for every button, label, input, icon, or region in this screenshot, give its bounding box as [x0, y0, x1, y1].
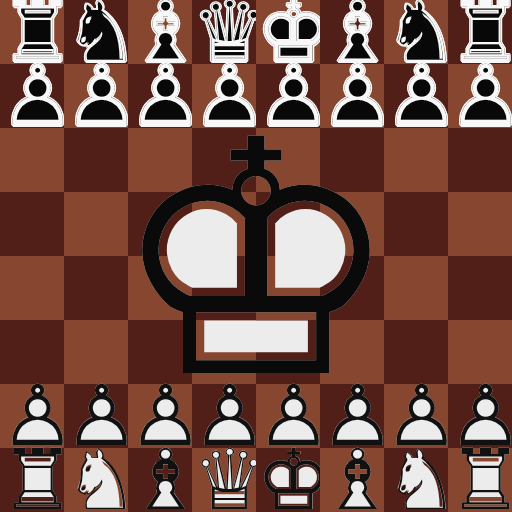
- piece-outline: ♙: [384, 64, 448, 128]
- square-b2[interactable]: ♟♙: [64, 384, 128, 448]
- square-b5[interactable]: [64, 192, 128, 256]
- piece-outline: ♙: [128, 64, 192, 128]
- piece-outline: ♙: [64, 384, 128, 448]
- square-f3[interactable]: [320, 320, 384, 384]
- piece-outline: ♖: [0, 448, 64, 512]
- piece-outline: ♘: [384, 0, 448, 64]
- piece-fill: ♟: [320, 64, 384, 128]
- piece-fill: ♟: [192, 64, 256, 128]
- piece-fill: ♟: [384, 64, 448, 128]
- square-e2[interactable]: ♟♙: [256, 384, 320, 448]
- square-g2[interactable]: ♟♙: [384, 384, 448, 448]
- piece-fill: ♚: [256, 448, 320, 512]
- square-f7[interactable]: ♟♙: [320, 64, 384, 128]
- black-rook[interactable]: ♜♖: [0, 0, 64, 64]
- square-d4[interactable]: [192, 256, 256, 320]
- square-h4[interactable]: [448, 256, 512, 320]
- white-bishop[interactable]: ♝♗: [320, 448, 384, 512]
- square-c7[interactable]: ♟♙: [128, 64, 192, 128]
- square-d3[interactable]: [192, 320, 256, 384]
- white-pawn[interactable]: ♟♙: [192, 384, 256, 448]
- white-pawn[interactable]: ♟♙: [320, 384, 384, 448]
- piece-outline: ♙: [384, 384, 448, 448]
- square-a8[interactable]: ♜♖: [0, 0, 64, 64]
- piece-outline: ♕: [192, 0, 256, 64]
- square-c8[interactable]: ♝♗: [128, 0, 192, 64]
- white-pawn[interactable]: ♟♙: [64, 384, 128, 448]
- square-d2[interactable]: ♟♙: [192, 384, 256, 448]
- black-knight[interactable]: ♞♘: [384, 0, 448, 64]
- piece-outline: ♙: [320, 384, 384, 448]
- piece-outline: ♙: [192, 64, 256, 128]
- piece-fill: ♞: [384, 448, 448, 512]
- white-pawn[interactable]: ♟♙: [448, 384, 512, 448]
- square-g8[interactable]: ♞♘: [384, 0, 448, 64]
- square-d8[interactable]: ♛♕: [192, 0, 256, 64]
- chess-board: ♜♖♞♘♝♗♛♕♚♔♝♗♞♘♜♖♟♙♟♙♟♙♟♙♟♙♟♙♟♙♟♙♟♙♟♙♟♙♟♙…: [0, 0, 512, 512]
- square-b8[interactable]: ♞♘: [64, 0, 128, 64]
- square-c2[interactable]: ♟♙: [128, 384, 192, 448]
- square-e1[interactable]: ♚♔: [256, 448, 320, 512]
- piece-fill: ♟: [0, 384, 64, 448]
- piece-fill: ♟: [320, 384, 384, 448]
- piece-outline: ♔: [256, 0, 320, 64]
- piece-outline: ♖: [448, 0, 512, 64]
- piece-fill: ♟: [448, 64, 512, 128]
- piece-fill: ♜: [448, 448, 512, 512]
- piece-outline: ♙: [256, 384, 320, 448]
- square-f8[interactable]: ♝♗: [320, 0, 384, 64]
- piece-outline: ♘: [384, 448, 448, 512]
- piece-fill: ♟: [64, 384, 128, 448]
- piece-outline: ♙: [128, 384, 192, 448]
- piece-fill: ♟: [128, 64, 192, 128]
- square-a5[interactable]: [0, 192, 64, 256]
- piece-fill: ♞: [64, 448, 128, 512]
- piece-fill: ♟: [256, 384, 320, 448]
- square-f5[interactable]: [320, 192, 384, 256]
- piece-outline: ♕: [192, 448, 256, 512]
- black-pawn[interactable]: ♟♙: [192, 64, 256, 128]
- square-f2[interactable]: ♟♙: [320, 384, 384, 448]
- piece-outline: ♙: [448, 64, 512, 128]
- square-g6[interactable]: [384, 128, 448, 192]
- piece-fill: ♟: [0, 64, 64, 128]
- white-bishop[interactable]: ♝♗: [128, 448, 192, 512]
- piece-outline: ♘: [64, 448, 128, 512]
- square-b7[interactable]: ♟♙: [64, 64, 128, 128]
- piece-outline: ♙: [0, 384, 64, 448]
- square-a6[interactable]: [0, 128, 64, 192]
- square-e5[interactable]: [256, 192, 320, 256]
- white-rook[interactable]: ♜♖: [0, 448, 64, 512]
- piece-outline: ♙: [64, 64, 128, 128]
- black-pawn[interactable]: ♟♙: [0, 64, 64, 128]
- piece-fill: ♜: [448, 0, 512, 64]
- piece-outline: ♗: [320, 0, 384, 64]
- white-pawn[interactable]: ♟♙: [0, 384, 64, 448]
- square-h2[interactable]: ♟♙: [448, 384, 512, 448]
- white-pawn[interactable]: ♟♙: [384, 384, 448, 448]
- square-c4[interactable]: [128, 256, 192, 320]
- square-d1[interactable]: ♛♕: [192, 448, 256, 512]
- piece-fill: ♚: [256, 0, 320, 64]
- white-rook[interactable]: ♜♖: [448, 448, 512, 512]
- white-queen[interactable]: ♛♕: [192, 448, 256, 512]
- piece-fill: ♟: [64, 64, 128, 128]
- piece-fill: ♞: [64, 0, 128, 64]
- piece-fill: ♜: [0, 0, 64, 64]
- white-knight[interactable]: ♞♘: [384, 448, 448, 512]
- piece-outline: ♙: [0, 64, 64, 128]
- piece-outline: ♗: [128, 448, 192, 512]
- square-e4[interactable]: [256, 256, 320, 320]
- square-g3[interactable]: [384, 320, 448, 384]
- piece-outline: ♙: [320, 64, 384, 128]
- square-a7[interactable]: ♟♙: [0, 64, 64, 128]
- square-d6[interactable]: [192, 128, 256, 192]
- square-g7[interactable]: ♟♙: [384, 64, 448, 128]
- white-knight[interactable]: ♞♘: [64, 448, 128, 512]
- black-rook[interactable]: ♜♖: [448, 0, 512, 64]
- black-knight[interactable]: ♞♘: [64, 0, 128, 64]
- black-pawn[interactable]: ♟♙: [320, 64, 384, 128]
- white-pawn[interactable]: ♟♙: [256, 384, 320, 448]
- black-pawn[interactable]: ♟♙: [384, 64, 448, 128]
- square-e6[interactable]: [256, 128, 320, 192]
- chess-app: ♜♖♞♘♝♗♛♕♚♔♝♗♞♘♜♖♟♙♟♙♟♙♟♙♟♙♟♙♟♙♟♙♟♙♟♙♟♙♟♙…: [0, 0, 512, 512]
- square-c5[interactable]: [128, 192, 192, 256]
- square-f6[interactable]: [320, 128, 384, 192]
- square-a2[interactable]: ♟♙: [0, 384, 64, 448]
- piece-fill: ♝: [320, 448, 384, 512]
- black-bishop[interactable]: ♝♗: [128, 0, 192, 64]
- square-f1[interactable]: ♝♗: [320, 448, 384, 512]
- square-e3[interactable]: [256, 320, 320, 384]
- square-e7[interactable]: ♟♙: [256, 64, 320, 128]
- square-h6[interactable]: [448, 128, 512, 192]
- piece-fill: ♟: [256, 64, 320, 128]
- black-pawn[interactable]: ♟♙: [448, 64, 512, 128]
- square-b1[interactable]: ♞♘: [64, 448, 128, 512]
- piece-fill: ♝: [128, 0, 192, 64]
- square-b4[interactable]: [64, 256, 128, 320]
- square-c1[interactable]: ♝♗: [128, 448, 192, 512]
- square-g4[interactable]: [384, 256, 448, 320]
- square-f4[interactable]: [320, 256, 384, 320]
- black-pawn[interactable]: ♟♙: [256, 64, 320, 128]
- piece-fill: ♝: [320, 0, 384, 64]
- black-king[interactable]: ♚♔: [256, 0, 320, 64]
- piece-fill: ♟: [192, 384, 256, 448]
- square-d5[interactable]: [192, 192, 256, 256]
- piece-fill: ♟: [448, 384, 512, 448]
- piece-outline: ♖: [448, 448, 512, 512]
- black-pawn[interactable]: ♟♙: [64, 64, 128, 128]
- piece-fill: ♟: [128, 384, 192, 448]
- square-h3[interactable]: [448, 320, 512, 384]
- piece-fill: ♜: [0, 448, 64, 512]
- black-bishop[interactable]: ♝♗: [320, 0, 384, 64]
- black-queen[interactable]: ♛♕: [192, 0, 256, 64]
- square-e8[interactable]: ♚♔: [256, 0, 320, 64]
- square-a4[interactable]: [0, 256, 64, 320]
- piece-outline: ♗: [320, 448, 384, 512]
- square-h5[interactable]: [448, 192, 512, 256]
- black-pawn[interactable]: ♟♙: [128, 64, 192, 128]
- piece-fill: ♟: [384, 384, 448, 448]
- square-h8[interactable]: ♜♖: [448, 0, 512, 64]
- square-h7[interactable]: ♟♙: [448, 64, 512, 128]
- piece-outline: ♗: [128, 0, 192, 64]
- square-g5[interactable]: [384, 192, 448, 256]
- piece-fill: ♞: [384, 0, 448, 64]
- white-pawn[interactable]: ♟♙: [128, 384, 192, 448]
- piece-fill: ♛: [192, 448, 256, 512]
- piece-fill: ♝: [128, 448, 192, 512]
- piece-outline: ♙: [256, 64, 320, 128]
- piece-outline: ♙: [192, 384, 256, 448]
- square-d7[interactable]: ♟♙: [192, 64, 256, 128]
- square-c3[interactable]: [128, 320, 192, 384]
- piece-outline: ♙: [448, 384, 512, 448]
- piece-outline: ♖: [0, 0, 64, 64]
- square-g1[interactable]: ♞♘: [384, 448, 448, 512]
- white-king[interactable]: ♚♔: [256, 448, 320, 512]
- piece-fill: ♛: [192, 0, 256, 64]
- square-a1[interactable]: ♜♖: [0, 448, 64, 512]
- square-h1[interactable]: ♜♖: [448, 448, 512, 512]
- square-b6[interactable]: [64, 128, 128, 192]
- square-c6[interactable]: [128, 128, 192, 192]
- piece-outline: ♘: [64, 0, 128, 64]
- piece-outline: ♔: [256, 448, 320, 512]
- square-b3[interactable]: [64, 320, 128, 384]
- square-a3[interactable]: [0, 320, 64, 384]
